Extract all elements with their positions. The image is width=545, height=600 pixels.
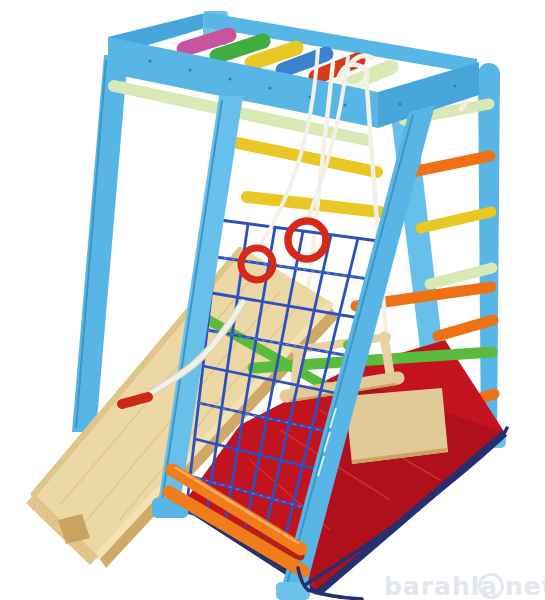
outer-right-rail (478, 72, 500, 442)
product-photo: barahla net (0, 0, 545, 600)
watermark-text-left: barahla (384, 572, 498, 600)
watermark: barahla net (384, 572, 545, 600)
rope-handle-red (122, 397, 148, 404)
watermark-text-right: net (505, 572, 545, 600)
